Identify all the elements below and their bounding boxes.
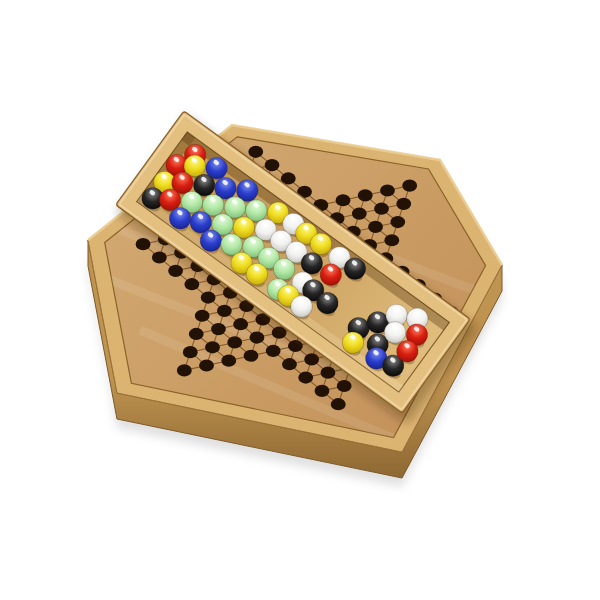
board-hole[interactable] xyxy=(221,355,236,367)
board-hole[interactable] xyxy=(384,234,399,246)
board-hole[interactable] xyxy=(380,184,395,196)
board-hole[interactable] xyxy=(233,318,248,330)
board-hole[interactable] xyxy=(250,331,265,343)
board-hole[interactable] xyxy=(201,291,216,303)
board-hole[interactable] xyxy=(244,350,259,362)
board-hole[interactable] xyxy=(331,398,346,410)
board-hole[interactable] xyxy=(195,310,210,322)
board-hole[interactable] xyxy=(298,371,313,383)
board-hole[interactable] xyxy=(205,341,220,353)
board-hole[interactable] xyxy=(336,194,351,206)
board-hole[interactable] xyxy=(352,207,367,219)
board-hole[interactable] xyxy=(396,198,411,210)
board-hole[interactable] xyxy=(248,146,263,158)
board-hole[interactable] xyxy=(402,180,417,192)
board-hole[interactable] xyxy=(184,278,199,290)
board-hole[interactable] xyxy=(211,323,226,335)
board-hole[interactable] xyxy=(189,328,204,340)
board-hole[interactable] xyxy=(368,221,383,233)
board-hole[interactable] xyxy=(315,385,330,397)
product-photo xyxy=(0,0,600,600)
board-hole[interactable] xyxy=(265,159,280,171)
board-hole[interactable] xyxy=(199,359,214,371)
board-hole[interactable] xyxy=(177,364,192,376)
board-hole[interactable] xyxy=(183,346,198,358)
board-hole[interactable] xyxy=(390,216,405,228)
board-hole[interactable] xyxy=(152,251,167,263)
chinese-checkers-set xyxy=(0,0,600,600)
board-hole[interactable] xyxy=(217,305,232,317)
board-hole[interactable] xyxy=(266,345,281,357)
board-hole[interactable] xyxy=(227,336,242,348)
board-hole[interactable] xyxy=(136,238,151,250)
board-hole[interactable] xyxy=(282,358,297,370)
board-hole[interactable] xyxy=(358,189,373,201)
board-hole[interactable] xyxy=(168,265,183,277)
board-hole[interactable] xyxy=(374,203,389,215)
